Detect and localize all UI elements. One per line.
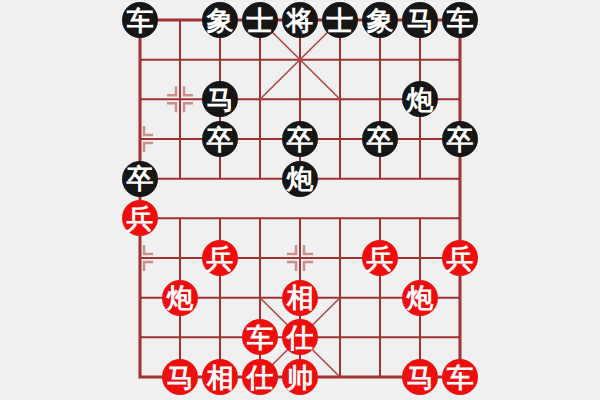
piece-black-cannon[interactable]: 炮 [282, 161, 318, 197]
piece-black-horse[interactable]: 马 [402, 2, 438, 38]
piece-red-cannon[interactable]: 炮 [402, 280, 438, 316]
piece-red-soldier[interactable]: 兵 [442, 240, 478, 276]
piece-black-elephant[interactable]: 象 [362, 2, 398, 38]
xiangqi-board: 车象士将士象马车马炮卒卒卒卒卒炮兵兵兵兵炮相炮车仕马相仕帅马车 [0, 0, 600, 400]
piece-red-elephant[interactable]: 相 [202, 359, 238, 395]
piece-red-soldier[interactable]: 兵 [122, 200, 158, 236]
piece-red-soldier[interactable]: 兵 [202, 240, 238, 276]
piece-black-horse[interactable]: 马 [202, 81, 238, 117]
piece-black-advisor[interactable]: 士 [322, 2, 358, 38]
piece-black-cannon[interactable]: 炮 [402, 81, 438, 117]
piece-red-horse[interactable]: 马 [162, 359, 198, 395]
piece-black-chariot[interactable]: 车 [122, 2, 158, 38]
piece-red-advisor[interactable]: 仕 [282, 319, 318, 355]
piece-red-soldier[interactable]: 兵 [362, 240, 398, 276]
piece-black-general[interactable]: 将 [282, 2, 318, 38]
piece-red-cannon[interactable]: 炮 [162, 280, 198, 316]
piece-black-advisor[interactable]: 士 [242, 2, 278, 38]
piece-black-elephant[interactable]: 象 [202, 2, 238, 38]
piece-red-chariot[interactable]: 车 [442, 359, 478, 395]
piece-red-chariot[interactable]: 车 [242, 319, 278, 355]
piece-black-soldier[interactable]: 卒 [282, 121, 318, 157]
piece-black-soldier[interactable]: 卒 [442, 121, 478, 157]
piece-red-general[interactable]: 帅 [282, 359, 318, 395]
piece-red-elephant[interactable]: 相 [282, 280, 318, 316]
piece-black-chariot[interactable]: 车 [442, 2, 478, 38]
piece-black-soldier[interactable]: 卒 [122, 161, 158, 197]
piece-black-soldier[interactable]: 卒 [362, 121, 398, 157]
piece-black-soldier[interactable]: 卒 [202, 121, 238, 157]
piece-red-advisor[interactable]: 仕 [242, 359, 278, 395]
piece-red-horse[interactable]: 马 [402, 359, 438, 395]
